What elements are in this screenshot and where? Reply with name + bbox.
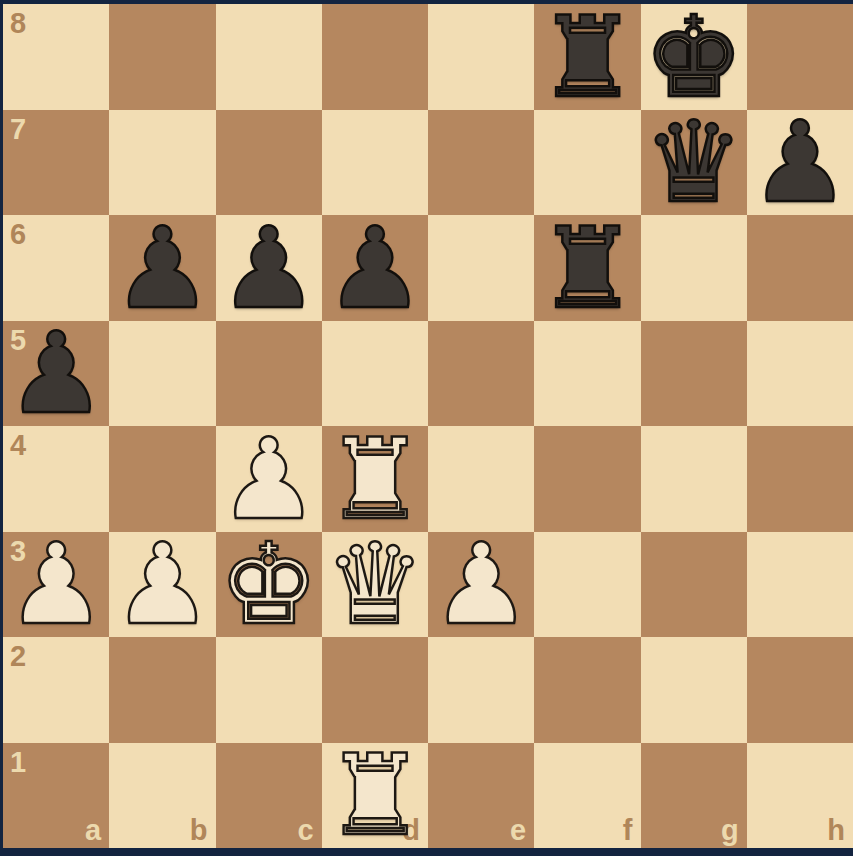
piece-black-pawn-c6[interactable]: ♟ bbox=[216, 215, 322, 321]
square-a3[interactable]: 3♟ bbox=[3, 532, 109, 638]
file-label-f: f bbox=[623, 816, 633, 845]
square-b1[interactable]: b bbox=[109, 743, 215, 849]
piece-black-pawn-h7[interactable]: ♟ bbox=[747, 110, 853, 216]
square-h3[interactable] bbox=[747, 532, 853, 638]
square-g5[interactable] bbox=[641, 321, 747, 427]
square-d5[interactable] bbox=[322, 321, 428, 427]
square-h8[interactable] bbox=[747, 4, 853, 110]
square-b7[interactable] bbox=[109, 110, 215, 216]
piece-black-rook-f6[interactable]: ♜ bbox=[534, 215, 640, 321]
square-h7[interactable]: ♟ bbox=[747, 110, 853, 216]
square-g3[interactable] bbox=[641, 532, 747, 638]
square-b5[interactable] bbox=[109, 321, 215, 427]
square-f6[interactable]: ♜ bbox=[534, 215, 640, 321]
square-e4[interactable] bbox=[428, 426, 534, 532]
square-c5[interactable] bbox=[216, 321, 322, 427]
piece-black-pawn-d6[interactable]: ♟ bbox=[322, 215, 428, 321]
square-e5[interactable] bbox=[428, 321, 534, 427]
square-c3[interactable]: ♚ bbox=[216, 532, 322, 638]
square-g8[interactable]: ♚ bbox=[641, 4, 747, 110]
file-label-a: a bbox=[85, 816, 101, 845]
square-d3[interactable]: ♛ bbox=[322, 532, 428, 638]
piece-white-king-c3[interactable]: ♚ bbox=[216, 532, 322, 638]
square-h1[interactable]: h bbox=[747, 743, 853, 849]
square-e3[interactable]: ♟ bbox=[428, 532, 534, 638]
square-d2[interactable] bbox=[322, 637, 428, 743]
square-g7[interactable]: ♛ bbox=[641, 110, 747, 216]
square-e7[interactable] bbox=[428, 110, 534, 216]
piece-white-pawn-b3[interactable]: ♟ bbox=[109, 532, 215, 638]
rank-label-8: 8 bbox=[10, 9, 26, 38]
file-label-g: g bbox=[721, 816, 739, 845]
square-f5[interactable] bbox=[534, 321, 640, 427]
piece-white-rook-d1[interactable]: ♜ bbox=[322, 743, 428, 849]
piece-white-pawn-c4[interactable]: ♟ bbox=[216, 426, 322, 532]
piece-black-rook-f8[interactable]: ♜ bbox=[534, 4, 640, 110]
file-label-e: e bbox=[510, 816, 526, 845]
rank-label-7: 7 bbox=[10, 115, 26, 144]
square-c4[interactable]: ♟ bbox=[216, 426, 322, 532]
square-c8[interactable] bbox=[216, 4, 322, 110]
square-e8[interactable] bbox=[428, 4, 534, 110]
square-c1[interactable]: c bbox=[216, 743, 322, 849]
square-e6[interactable] bbox=[428, 215, 534, 321]
square-b6[interactable]: ♟ bbox=[109, 215, 215, 321]
square-d6[interactable]: ♟ bbox=[322, 215, 428, 321]
square-h6[interactable] bbox=[747, 215, 853, 321]
square-b4[interactable] bbox=[109, 426, 215, 532]
square-a7[interactable]: 7 bbox=[3, 110, 109, 216]
square-c6[interactable]: ♟ bbox=[216, 215, 322, 321]
square-f2[interactable] bbox=[534, 637, 640, 743]
square-d8[interactable] bbox=[322, 4, 428, 110]
file-label-h: h bbox=[827, 816, 845, 845]
square-a4[interactable]: 4 bbox=[3, 426, 109, 532]
rank-label-1: 1 bbox=[10, 748, 26, 777]
square-d7[interactable] bbox=[322, 110, 428, 216]
square-f7[interactable] bbox=[534, 110, 640, 216]
square-d1[interactable]: d♜ bbox=[322, 743, 428, 849]
square-g1[interactable]: g bbox=[641, 743, 747, 849]
piece-white-queen-d3[interactable]: ♛ bbox=[322, 532, 428, 638]
piece-black-king-g8[interactable]: ♚ bbox=[641, 4, 747, 110]
piece-white-pawn-a3[interactable]: ♟ bbox=[3, 532, 109, 638]
piece-black-queen-g7[interactable]: ♛ bbox=[641, 110, 747, 216]
rank-label-6: 6 bbox=[10, 220, 26, 249]
square-h4[interactable] bbox=[747, 426, 853, 532]
board-frame: 8♜♚7♛♟6♟♟♟♜5♟4♟♜3♟♟♚♛♟21abcd♜efgh bbox=[0, 0, 853, 856]
square-c7[interactable] bbox=[216, 110, 322, 216]
piece-white-rook-d4[interactable]: ♜ bbox=[322, 426, 428, 532]
square-g4[interactable] bbox=[641, 426, 747, 532]
square-e1[interactable]: e bbox=[428, 743, 534, 849]
square-c2[interactable] bbox=[216, 637, 322, 743]
square-f3[interactable] bbox=[534, 532, 640, 638]
square-b2[interactable] bbox=[109, 637, 215, 743]
square-g6[interactable] bbox=[641, 215, 747, 321]
square-f4[interactable] bbox=[534, 426, 640, 532]
chess-board: 8♜♚7♛♟6♟♟♟♜5♟4♟♜3♟♟♚♛♟21abcd♜efgh bbox=[3, 4, 853, 848]
square-f1[interactable]: f bbox=[534, 743, 640, 849]
square-g2[interactable] bbox=[641, 637, 747, 743]
square-b3[interactable]: ♟ bbox=[109, 532, 215, 638]
square-f8[interactable]: ♜ bbox=[534, 4, 640, 110]
piece-white-pawn-e3[interactable]: ♟ bbox=[428, 532, 534, 638]
square-a5[interactable]: 5♟ bbox=[3, 321, 109, 427]
piece-black-pawn-a5[interactable]: ♟ bbox=[3, 321, 109, 427]
square-a6[interactable]: 6 bbox=[3, 215, 109, 321]
square-d4[interactable]: ♜ bbox=[322, 426, 428, 532]
piece-black-pawn-b6[interactable]: ♟ bbox=[109, 215, 215, 321]
file-label-b: b bbox=[190, 816, 208, 845]
square-b8[interactable] bbox=[109, 4, 215, 110]
square-a8[interactable]: 8 bbox=[3, 4, 109, 110]
square-h2[interactable] bbox=[747, 637, 853, 743]
square-h5[interactable] bbox=[747, 321, 853, 427]
square-a2[interactable]: 2 bbox=[3, 637, 109, 743]
square-a1[interactable]: 1a bbox=[3, 743, 109, 849]
square-e2[interactable] bbox=[428, 637, 534, 743]
file-label-c: c bbox=[298, 816, 314, 845]
